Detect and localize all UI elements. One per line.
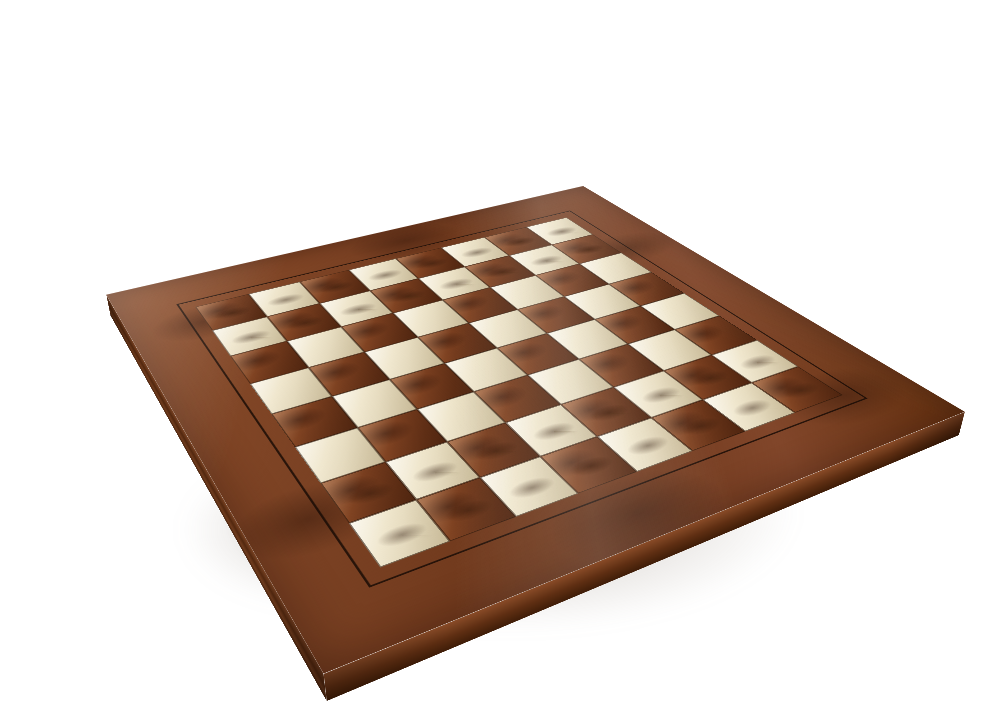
white-rook-piece[interactable]: ♜ [364,460,438,543]
black-pawn-piece[interactable]: ♟ [385,252,430,302]
chess-set-photo: ♜♜♞♞♝♝♛♛♚♚♝♝♞♞♜♜♟♟♟♟♟♟♟♟♟♟♟♟♟♟♟♟♟♟♟♟♟♟♟♟… [0,0,1000,704]
black-pawn-piece[interactable]: ♟ [568,209,609,255]
black-pawn-piece[interactable]: ♟ [227,290,275,343]
black-pawn-piece[interactable]: ♟ [282,277,329,329]
black-pawn-piece[interactable]: ♟ [335,264,381,315]
black-pawn-piece[interactable]: ♟ [525,219,567,266]
black-pawn-piece[interactable]: ♟ [434,241,478,290]
black-pawn-piece[interactable]: ♟ [480,230,523,278]
